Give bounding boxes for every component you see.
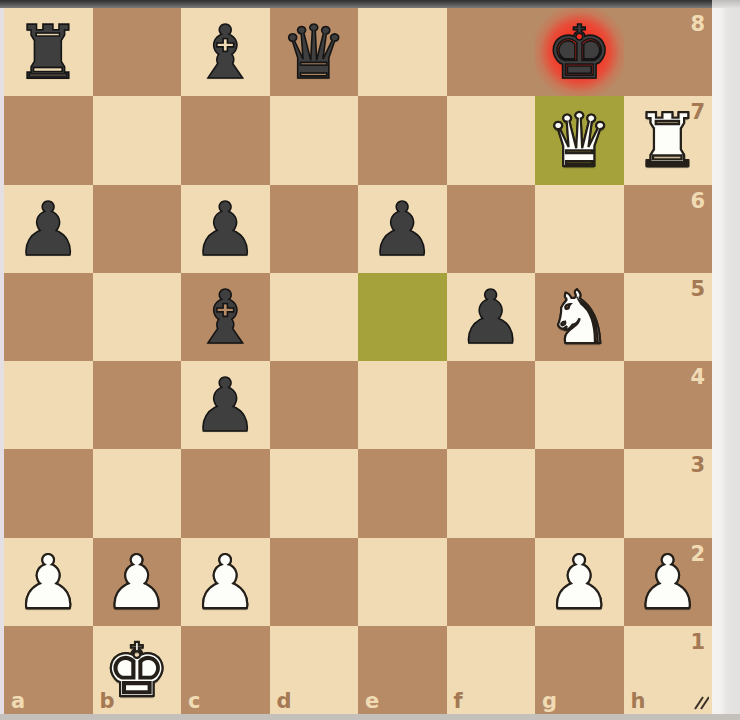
file-label: c: [188, 689, 200, 713]
rank-label: 1: [690, 630, 705, 654]
square-g8[interactable]: ♚: [535, 8, 624, 96]
square-g3[interactable]: [535, 449, 624, 537]
file-label: d: [277, 689, 292, 713]
square-b1[interactable]: ♚b: [93, 626, 182, 714]
square-c5[interactable]: ♝: [181, 273, 270, 361]
piece-black-bishop[interactable]: ♝: [181, 273, 270, 361]
square-a3[interactable]: [4, 449, 93, 537]
rank-label: 7: [690, 100, 705, 124]
square-c1[interactable]: c: [181, 626, 270, 714]
square-f1[interactable]: f: [447, 626, 536, 714]
square-a2[interactable]: ♟: [4, 538, 93, 626]
square-c8[interactable]: ♝: [181, 8, 270, 96]
file-label: b: [100, 689, 115, 713]
file-label: e: [365, 689, 379, 713]
square-f8[interactable]: [447, 8, 536, 96]
square-d7[interactable]: [270, 96, 359, 184]
square-f7[interactable]: [447, 96, 536, 184]
piece-black-pawn[interactable]: ♟: [447, 273, 536, 361]
piece-white-pawn[interactable]: ♟: [93, 538, 182, 626]
file-label: g: [542, 689, 557, 713]
square-b2[interactable]: ♟: [93, 538, 182, 626]
square-g6[interactable]: [535, 185, 624, 273]
square-e3[interactable]: [358, 449, 447, 537]
square-a5[interactable]: [4, 273, 93, 361]
square-a8[interactable]: ♜: [4, 8, 93, 96]
page-right-gutter: [712, 8, 740, 714]
square-a1[interactable]: a: [4, 626, 93, 714]
square-e1[interactable]: e: [358, 626, 447, 714]
square-h5[interactable]: 5: [624, 273, 713, 361]
square-f3[interactable]: [447, 449, 536, 537]
rank-label: 5: [690, 277, 705, 301]
rank-label: 4: [690, 365, 705, 389]
window-top-edge: [0, 0, 712, 8]
piece-white-queen[interactable]: ♛: [535, 96, 624, 184]
square-f2[interactable]: [447, 538, 536, 626]
square-d4[interactable]: [270, 361, 359, 449]
square-h7[interactable]: ♜7: [624, 96, 713, 184]
square-h8[interactable]: 8: [624, 8, 713, 96]
square-g5[interactable]: ♞: [535, 273, 624, 361]
square-h6[interactable]: 6: [624, 185, 713, 273]
square-h2[interactable]: ♟2: [624, 538, 713, 626]
square-c3[interactable]: [181, 449, 270, 537]
square-e7[interactable]: [358, 96, 447, 184]
square-c7[interactable]: [181, 96, 270, 184]
square-e8[interactable]: [358, 8, 447, 96]
square-h1[interactable]: 1h: [624, 626, 713, 714]
square-a6[interactable]: ♟: [4, 185, 93, 273]
square-d1[interactable]: d: [270, 626, 359, 714]
square-f4[interactable]: [447, 361, 536, 449]
window-top-edge-right: [712, 0, 740, 8]
square-b3[interactable]: [93, 449, 182, 537]
chess-board[interactable]: ♜♝♛♚8♛♜7♟♟♟6♝♟♞5♟43♟♟♟♟♟2a♚bcdefg1h: [4, 8, 712, 714]
square-e2[interactable]: [358, 538, 447, 626]
piece-white-pawn[interactable]: ♟: [4, 538, 93, 626]
rank-label: 3: [690, 453, 705, 477]
page-bottom-gutter: [0, 714, 740, 720]
square-b5[interactable]: [93, 273, 182, 361]
square-b4[interactable]: [93, 361, 182, 449]
rank-label: 8: [690, 12, 705, 36]
square-f5[interactable]: ♟: [447, 273, 536, 361]
square-b6[interactable]: [93, 185, 182, 273]
square-g4[interactable]: [535, 361, 624, 449]
square-c6[interactable]: ♟: [181, 185, 270, 273]
square-a7[interactable]: [4, 96, 93, 184]
file-label: h: [631, 689, 646, 713]
square-d3[interactable]: [270, 449, 359, 537]
square-g7[interactable]: ♛: [535, 96, 624, 184]
rank-label: 2: [690, 542, 705, 566]
square-b7[interactable]: [93, 96, 182, 184]
square-f6[interactable]: [447, 185, 536, 273]
square-d2[interactable]: [270, 538, 359, 626]
piece-black-king[interactable]: ♚: [535, 8, 624, 96]
square-e5[interactable]: [358, 273, 447, 361]
square-g1[interactable]: g: [535, 626, 624, 714]
board-resize-handle-icon[interactable]: [691, 693, 709, 711]
square-e4[interactable]: [358, 361, 447, 449]
file-label: a: [11, 689, 25, 713]
piece-white-knight[interactable]: ♞: [535, 273, 624, 361]
square-h4[interactable]: 4: [624, 361, 713, 449]
file-label: f: [454, 689, 463, 713]
square-d6[interactable]: [270, 185, 359, 273]
piece-black-pawn[interactable]: ♟: [4, 185, 93, 273]
piece-white-pawn[interactable]: ♟: [535, 538, 624, 626]
square-h3[interactable]: 3: [624, 449, 713, 537]
piece-black-rook[interactable]: ♜: [4, 8, 93, 96]
square-a4[interactable]: [4, 361, 93, 449]
piece-black-pawn[interactable]: ♟: [181, 185, 270, 273]
piece-black-pawn[interactable]: ♟: [181, 361, 270, 449]
square-d8[interactable]: ♛: [270, 8, 359, 96]
square-d5[interactable]: [270, 273, 359, 361]
square-c2[interactable]: ♟: [181, 538, 270, 626]
piece-black-bishop[interactable]: ♝: [181, 8, 270, 96]
piece-black-queen[interactable]: ♛: [270, 8, 359, 96]
square-c4[interactable]: ♟: [181, 361, 270, 449]
piece-black-pawn[interactable]: ♟: [358, 185, 447, 273]
piece-white-pawn[interactable]: ♟: [181, 538, 270, 626]
square-g2[interactable]: ♟: [535, 538, 624, 626]
rank-label: 6: [690, 189, 705, 213]
square-e6[interactable]: ♟: [358, 185, 447, 273]
square-b8[interactable]: [93, 8, 182, 96]
